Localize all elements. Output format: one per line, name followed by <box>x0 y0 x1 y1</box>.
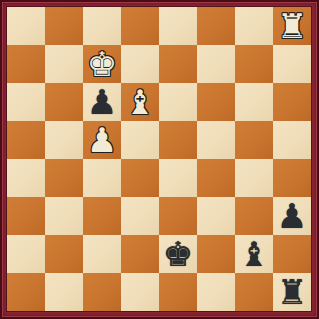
chess-board: ♜♚♟♝♟♟♚♝♜ <box>7 7 311 311</box>
square-a5[interactable] <box>7 121 45 159</box>
square-a3[interactable] <box>7 197 45 235</box>
square-b1[interactable] <box>45 273 83 311</box>
black-pawn-c6: ♟ <box>87 83 117 121</box>
square-b7[interactable] <box>45 45 83 83</box>
white-bishop-d6: ♝ <box>125 83 155 121</box>
square-a7[interactable] <box>7 45 45 83</box>
square-f8[interactable] <box>197 7 235 45</box>
square-h4[interactable] <box>273 159 311 197</box>
square-h5[interactable] <box>273 121 311 159</box>
square-c6[interactable]: ♟ <box>83 83 121 121</box>
square-b3[interactable] <box>45 197 83 235</box>
square-b8[interactable] <box>45 7 83 45</box>
square-h6[interactable] <box>273 83 311 121</box>
square-e3[interactable] <box>159 197 197 235</box>
square-c3[interactable] <box>83 197 121 235</box>
square-a6[interactable] <box>7 83 45 121</box>
square-c8[interactable] <box>83 7 121 45</box>
square-g4[interactable] <box>235 159 273 197</box>
black-rook-h1: ♜ <box>277 273 307 311</box>
black-king-e2: ♚ <box>163 235 193 273</box>
square-f5[interactable] <box>197 121 235 159</box>
square-f7[interactable] <box>197 45 235 83</box>
square-a2[interactable] <box>7 235 45 273</box>
square-a8[interactable] <box>7 7 45 45</box>
white-rook-h8: ♜ <box>277 7 307 45</box>
chess-board-frame: ♜♚♟♝♟♟♚♝♜ <box>0 0 319 319</box>
square-b6[interactable] <box>45 83 83 121</box>
square-c5[interactable]: ♟ <box>83 121 121 159</box>
square-e5[interactable] <box>159 121 197 159</box>
square-d3[interactable] <box>121 197 159 235</box>
square-d2[interactable] <box>121 235 159 273</box>
black-bishop-g2: ♝ <box>239 235 269 273</box>
square-d4[interactable] <box>121 159 159 197</box>
square-g6[interactable] <box>235 83 273 121</box>
square-b5[interactable] <box>45 121 83 159</box>
square-g2[interactable]: ♝ <box>235 235 273 273</box>
square-f3[interactable] <box>197 197 235 235</box>
square-b2[interactable] <box>45 235 83 273</box>
square-f2[interactable] <box>197 235 235 273</box>
square-g3[interactable] <box>235 197 273 235</box>
square-e6[interactable] <box>159 83 197 121</box>
black-pawn-h3: ♟ <box>277 197 307 235</box>
square-e7[interactable] <box>159 45 197 83</box>
square-d7[interactable] <box>121 45 159 83</box>
square-f4[interactable] <box>197 159 235 197</box>
square-h2[interactable] <box>273 235 311 273</box>
square-e8[interactable] <box>159 7 197 45</box>
white-king-c7: ♚ <box>87 45 117 83</box>
square-h7[interactable] <box>273 45 311 83</box>
square-c1[interactable] <box>83 273 121 311</box>
square-d6[interactable]: ♝ <box>121 83 159 121</box>
square-c4[interactable] <box>83 159 121 197</box>
square-g1[interactable] <box>235 273 273 311</box>
square-a4[interactable] <box>7 159 45 197</box>
square-c2[interactable] <box>83 235 121 273</box>
square-c7[interactable]: ♚ <box>83 45 121 83</box>
square-d1[interactable] <box>121 273 159 311</box>
square-d8[interactable] <box>121 7 159 45</box>
square-e2[interactable]: ♚ <box>159 235 197 273</box>
square-f6[interactable] <box>197 83 235 121</box>
square-e1[interactable] <box>159 273 197 311</box>
white-pawn-c5: ♟ <box>87 121 117 159</box>
square-g7[interactable] <box>235 45 273 83</box>
square-d5[interactable] <box>121 121 159 159</box>
square-h1[interactable]: ♜ <box>273 273 311 311</box>
square-h8[interactable]: ♜ <box>273 7 311 45</box>
square-h3[interactable]: ♟ <box>273 197 311 235</box>
square-f1[interactable] <box>197 273 235 311</box>
square-b4[interactable] <box>45 159 83 197</box>
square-g8[interactable] <box>235 7 273 45</box>
square-e4[interactable] <box>159 159 197 197</box>
square-g5[interactable] <box>235 121 273 159</box>
square-a1[interactable] <box>7 273 45 311</box>
